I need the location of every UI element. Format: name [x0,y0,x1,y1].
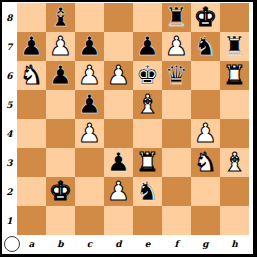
square-g3[interactable]: ♞ [191,148,220,177]
chess-board: ♝♜♚♟♟♟♟♟♞♜♞♟♟♟♚♛♜♟♝♟♟♟♜♞♝♚♟♞ [17,3,249,235]
square-e4[interactable] [133,119,162,148]
rank-label-8: 8 [2,3,17,32]
square-e7[interactable]: ♟ [133,32,162,61]
square-f2[interactable] [162,177,191,206]
square-g5[interactable] [191,90,220,119]
square-d5[interactable] [104,90,133,119]
white-to-move-indicator [4,236,20,252]
rank-label-7: 7 [2,32,17,61]
file-label-d: d [104,235,133,253]
rank-label-2: 2 [2,177,17,206]
square-h3[interactable]: ♝ [220,148,249,177]
white-pawn: ♟ [49,33,72,59]
chess-diagram-frame: 87654321 ♝♜♚♟♟♟♟♟♞♜♞♟♟♟♚♛♜♟♝♟♟♟♜♞♝♚♟♞ ab… [0,0,257,257]
white-pawn: ♟ [78,120,101,146]
square-c3[interactable] [75,148,104,177]
rank-label-1: 1 [2,206,17,235]
square-f4[interactable] [162,119,191,148]
square-f6[interactable]: ♛ [162,61,191,90]
square-a2[interactable] [17,177,46,206]
black-king: ♚ [136,62,159,88]
square-b2[interactable]: ♚ [46,177,75,206]
white-pawn: ♟ [78,62,101,88]
white-bishop: ♝ [136,91,159,117]
square-g2[interactable] [191,177,220,206]
square-h8[interactable] [220,3,249,32]
square-d1[interactable] [104,206,133,235]
square-f8[interactable]: ♜ [162,3,191,32]
rank-label-6: 6 [2,61,17,90]
black-pawn: ♟ [20,33,43,59]
square-e1[interactable] [133,206,162,235]
file-labels: abcdefgh [17,235,249,253]
rank-label-3: 3 [2,148,17,177]
square-f7[interactable]: ♟ [162,32,191,61]
white-pawn: ♟ [107,178,130,204]
file-label-h: h [220,235,249,253]
file-label-g: g [191,235,220,253]
white-pawn: ♟ [194,120,217,146]
square-f1[interactable] [162,206,191,235]
file-label-a: a [17,235,46,253]
square-b3[interactable] [46,148,75,177]
square-h5[interactable] [220,90,249,119]
square-h4[interactable] [220,119,249,148]
square-g4[interactable]: ♟ [191,119,220,148]
white-rook: ♜ [136,149,159,175]
file-label-e: e [133,235,162,253]
square-b1[interactable] [46,206,75,235]
square-a5[interactable] [17,90,46,119]
square-c1[interactable] [75,206,104,235]
square-a6[interactable]: ♞ [17,61,46,90]
white-knight: ♞ [194,149,217,175]
square-c7[interactable]: ♟ [75,32,104,61]
file-label-b: b [46,235,75,253]
square-h7[interactable]: ♜ [220,32,249,61]
square-c8[interactable] [75,3,104,32]
square-e5[interactable]: ♝ [133,90,162,119]
white-king: ♚ [194,4,217,30]
white-pawn: ♟ [107,62,130,88]
rank-label-5: 5 [2,90,17,119]
square-b5[interactable] [46,90,75,119]
square-b6[interactable]: ♟ [46,61,75,90]
black-pawn: ♟ [136,33,159,59]
square-f5[interactable] [162,90,191,119]
white-pawn: ♟ [165,33,188,59]
square-e6[interactable]: ♚ [133,61,162,90]
rank-label-4: 4 [2,119,17,148]
square-c4[interactable]: ♟ [75,119,104,148]
square-c2[interactable] [75,177,104,206]
square-g6[interactable] [191,61,220,90]
black-knight: ♞ [194,33,217,59]
black-pawn: ♟ [78,91,101,117]
square-g1[interactable] [191,206,220,235]
white-rook: ♜ [223,62,246,88]
square-c6[interactable]: ♟ [75,61,104,90]
square-d7[interactable] [104,32,133,61]
black-rook: ♜ [165,4,188,30]
black-bishop: ♝ [49,4,72,30]
square-h6[interactable]: ♜ [220,61,249,90]
black-rook: ♜ [223,33,246,59]
square-a7[interactable]: ♟ [17,32,46,61]
square-e8[interactable] [133,3,162,32]
file-label-c: c [75,235,104,253]
file-label-f: f [162,235,191,253]
square-d4[interactable] [104,119,133,148]
square-d8[interactable] [104,3,133,32]
square-e3[interactable]: ♜ [133,148,162,177]
black-queen: ♛ [165,62,188,88]
square-h1[interactable] [220,206,249,235]
black-pawn: ♟ [107,149,130,175]
square-h2[interactable] [220,177,249,206]
black-pawn: ♟ [49,62,72,88]
white-king: ♚ [49,178,72,204]
white-knight: ♞ [20,62,43,88]
rank-labels: 87654321 [2,3,17,235]
black-pawn: ♟ [78,33,101,59]
square-d2[interactable]: ♟ [104,177,133,206]
square-d6[interactable]: ♟ [104,61,133,90]
square-e2[interactable]: ♞ [133,177,162,206]
square-d3[interactable]: ♟ [104,148,133,177]
white-bishop: ♝ [223,149,246,175]
square-c5[interactable]: ♟ [75,90,104,119]
square-b7[interactable]: ♟ [46,32,75,61]
square-b4[interactable] [46,119,75,148]
square-a1[interactable] [17,206,46,235]
square-g8[interactable]: ♚ [191,3,220,32]
square-a4[interactable] [17,119,46,148]
square-a8[interactable] [17,3,46,32]
square-a3[interactable] [17,148,46,177]
square-f3[interactable] [162,148,191,177]
square-b8[interactable]: ♝ [46,3,75,32]
square-g7[interactable]: ♞ [191,32,220,61]
black-knight: ♞ [136,178,159,204]
